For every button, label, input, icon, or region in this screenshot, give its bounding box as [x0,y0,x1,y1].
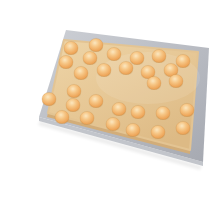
peg[interactable] [55,110,69,123]
peg[interactable] [131,105,145,118]
peg[interactable] [89,94,103,107]
peg[interactable] [97,63,111,76]
peg[interactable] [83,51,97,64]
peg[interactable] [80,111,94,124]
peg[interactable] [42,92,56,105]
peg[interactable] [119,61,133,74]
peg[interactable] [107,47,121,60]
peg[interactable] [176,54,190,67]
peg[interactable] [67,84,81,97]
peg[interactable] [126,123,140,136]
peg[interactable] [106,117,120,130]
peg[interactable] [89,38,103,51]
peg[interactable] [152,49,166,62]
peg[interactable] [176,121,190,134]
peg[interactable] [130,51,144,64]
peg[interactable] [151,125,165,138]
peg[interactable] [64,41,78,54]
peg[interactable] [66,98,80,111]
peg[interactable] [147,76,161,89]
peg[interactable] [59,55,73,68]
peg[interactable] [112,102,126,115]
product-photo [0,0,220,198]
peg[interactable] [180,103,194,116]
peg[interactable] [156,106,170,119]
peg-board-image [0,0,220,198]
peg[interactable] [74,66,88,79]
peg[interactable] [169,74,183,87]
